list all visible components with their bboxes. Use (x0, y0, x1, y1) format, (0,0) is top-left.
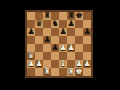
square-a8[interactable] (27, 12, 35, 20)
square-d2[interactable] (51, 60, 59, 68)
square-f7[interactable]: ♟ (67, 20, 75, 28)
square-h4[interactable] (83, 44, 91, 52)
square-h6[interactable]: ♟ (83, 28, 91, 36)
black-pawn-c5[interactable]: ♟ (43, 36, 51, 44)
square-a2[interactable]: ♟ (27, 60, 35, 68)
white-pawn-h2[interactable]: ♟ (83, 60, 91, 68)
square-f6[interactable] (67, 28, 75, 36)
square-g7[interactable] (75, 20, 83, 28)
square-b6[interactable] (35, 28, 43, 36)
square-a1[interactable] (27, 68, 35, 76)
square-g1[interactable]: ♚ (75, 68, 83, 76)
black-pawn-d4[interactable]: ♟ (51, 44, 59, 52)
square-b1[interactable] (35, 68, 43, 76)
black-pawn-f7[interactable]: ♟ (67, 20, 75, 28)
black-queen-b7[interactable]: ♛ (35, 20, 43, 28)
square-c8[interactable]: ♜ (43, 12, 51, 20)
square-g8[interactable]: ♚ (75, 12, 83, 20)
black-pawn-h6[interactable]: ♟ (83, 28, 91, 36)
black-knight-d7[interactable]: ♞ (51, 20, 59, 28)
square-h1[interactable] (83, 68, 91, 76)
square-d7[interactable]: ♞ (51, 20, 59, 28)
white-rook-c1[interactable]: ♜ (43, 68, 51, 76)
square-a6[interactable]: ♟ (27, 28, 35, 36)
square-g6[interactable] (75, 28, 83, 36)
square-f1[interactable]: ♜ (67, 68, 75, 76)
white-bishop-e2[interactable]: ♝ (59, 60, 67, 68)
square-h5[interactable] (83, 36, 91, 44)
white-rook-f1[interactable]: ♜ (67, 68, 75, 76)
square-f4[interactable]: ♟ (67, 44, 75, 52)
chess-board[interactable]: ♜♜♚♛♞♟♟♟♟♟♟♟♟♛♟♟♝♟♟♜♜♚ (27, 12, 91, 76)
black-rook-c8[interactable]: ♜ (43, 12, 51, 20)
square-c1[interactable]: ♜ (43, 68, 51, 76)
square-b5[interactable] (35, 36, 43, 44)
square-c7[interactable] (43, 20, 51, 28)
square-d6[interactable] (51, 28, 59, 36)
white-pawn-e4[interactable]: ♟ (59, 44, 67, 52)
square-h8[interactable] (83, 12, 91, 20)
square-d1[interactable] (51, 68, 59, 76)
white-pawn-a2[interactable]: ♟ (27, 60, 35, 68)
square-d4[interactable]: ♟ (51, 44, 59, 52)
white-pawn-b2[interactable]: ♟ (35, 60, 43, 68)
square-e8[interactable] (59, 12, 67, 20)
black-pawn-e6[interactable]: ♟ (59, 28, 67, 36)
diagram-background: ♜♜♚♛♞♟♟♟♟♟♟♟♟♛♟♟♝♟♟♜♜♚ (0, 0, 120, 90)
square-b2[interactable]: ♟ (35, 60, 43, 68)
white-pawn-f4[interactable]: ♟ (67, 44, 75, 52)
square-e4[interactable]: ♟ (59, 44, 67, 52)
square-g5[interactable] (75, 36, 83, 44)
square-c5[interactable]: ♟ (43, 36, 51, 44)
black-pawn-a6[interactable]: ♟ (27, 28, 35, 36)
square-g4[interactable] (75, 44, 83, 52)
square-a5[interactable] (27, 36, 35, 44)
square-b4[interactable] (35, 44, 43, 52)
square-d3[interactable] (51, 52, 59, 60)
square-f3[interactable] (67, 52, 75, 60)
square-e6[interactable]: ♟ (59, 28, 67, 36)
square-c3[interactable] (43, 52, 51, 60)
square-h2[interactable]: ♟ (83, 60, 91, 68)
chess-board-frame: ♜♜♚♛♞♟♟♟♟♟♟♟♟♛♟♟♝♟♟♜♜♚ (25, 10, 93, 78)
square-e1[interactable] (59, 68, 67, 76)
square-e2[interactable]: ♝ (59, 60, 67, 68)
black-king-g8[interactable]: ♚ (75, 12, 83, 20)
white-king-g1[interactable]: ♚ (75, 68, 83, 76)
square-b7[interactable]: ♛ (35, 20, 43, 28)
square-c4[interactable] (43, 44, 51, 52)
